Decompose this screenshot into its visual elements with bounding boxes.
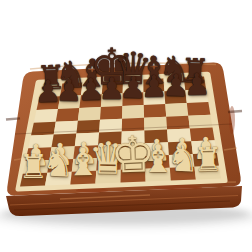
square-c1	[70, 171, 96, 185]
hinge-right	[228, 111, 242, 112]
square-c6	[78, 107, 101, 121]
square-b4	[52, 134, 77, 148]
square-e8	[123, 80, 144, 94]
square-d8	[102, 81, 123, 95]
square-c3	[73, 145, 98, 159]
square-g8	[164, 78, 186, 92]
hinge-left	[6, 118, 20, 119]
square-g1	[170, 167, 196, 181]
square-h8	[184, 77, 206, 91]
square-e2	[121, 156, 146, 170]
square-a4	[28, 135, 53, 149]
square-h6	[187, 102, 211, 116]
square-g4	[167, 129, 191, 143]
square-c8	[81, 82, 103, 96]
square-h1	[194, 166, 221, 180]
square-e4	[121, 131, 144, 145]
square-b2	[47, 159, 73, 173]
square-a7	[37, 96, 61, 110]
chess-set-product-photo: ♜♞♝♚♛♝♞♜♟♟♟♟♟♟♟♟♟♟♟♟♟♟♟♟♜♞♝♛♚♝♞♜	[0, 0, 252, 252]
square-d2	[96, 157, 121, 171]
square-h3	[191, 140, 217, 154]
square-f2	[145, 155, 170, 169]
squares	[20, 77, 221, 187]
square-f1	[145, 168, 171, 182]
folding-chess-board	[0, 0, 252, 252]
square-d1	[95, 170, 120, 184]
square-d7	[101, 93, 123, 107]
square-d3	[97, 144, 121, 158]
square-c7	[79, 94, 101, 108]
square-e6	[122, 105, 144, 119]
square-e7	[122, 92, 143, 106]
square-a6	[34, 109, 58, 123]
square-a2	[23, 160, 50, 174]
square-a3	[26, 147, 52, 161]
square-d6	[100, 106, 122, 120]
square-e3	[121, 143, 145, 157]
square-c4	[75, 133, 99, 147]
square-b7	[58, 95, 81, 109]
square-f3	[145, 142, 169, 156]
square-h7	[185, 89, 208, 103]
square-h4	[190, 128, 215, 142]
square-e1	[121, 169, 146, 183]
square-f8	[143, 79, 164, 93]
square-a8	[39, 84, 62, 98]
square-a1	[20, 173, 47, 187]
square-b3	[49, 146, 74, 160]
square-c2	[72, 158, 97, 172]
square-g6	[165, 103, 188, 117]
square-g2	[169, 154, 195, 168]
square-b8	[60, 83, 82, 97]
square-f6	[144, 104, 166, 118]
square-f4	[144, 130, 168, 144]
square-g3	[168, 141, 193, 155]
square-g7	[164, 90, 186, 104]
square-d4	[98, 132, 122, 146]
square-h2	[193, 153, 219, 167]
square-b1	[45, 172, 72, 186]
square-b6	[56, 108, 80, 122]
square-f7	[144, 91, 166, 105]
